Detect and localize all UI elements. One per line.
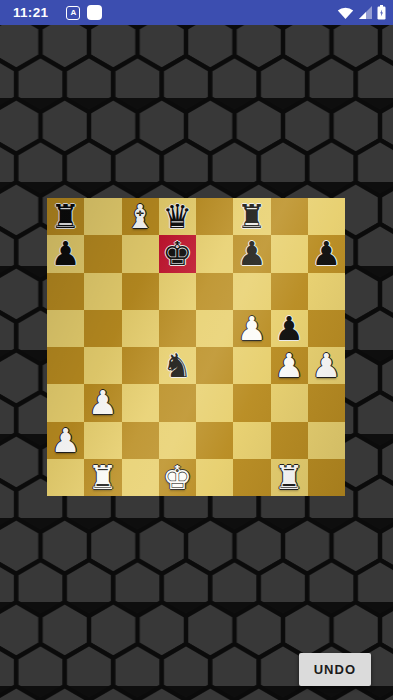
square-d7[interactable]: ♚	[159, 235, 196, 272]
square-f5[interactable]: ♟	[233, 310, 270, 347]
undo-button[interactable]: UNDO	[299, 653, 371, 686]
square-b2[interactable]	[84, 422, 121, 459]
square-g8[interactable]	[271, 198, 308, 235]
square-b6[interactable]	[84, 273, 121, 310]
square-b7[interactable]	[84, 235, 121, 272]
piece-black-rook: ♜	[51, 198, 81, 235]
piece-white-bishop: ♝	[125, 198, 155, 235]
status-bar: 11:21 A	[0, 0, 393, 25]
square-e8[interactable]	[196, 198, 233, 235]
square-c4[interactable]	[122, 347, 159, 384]
square-f1[interactable]	[233, 459, 270, 496]
piece-white-rook: ♜	[88, 459, 118, 496]
square-h8[interactable]	[308, 198, 345, 235]
square-e3[interactable]	[196, 384, 233, 421]
square-g5[interactable]: ♟	[271, 310, 308, 347]
square-c6[interactable]	[122, 273, 159, 310]
piece-white-pawn: ♟	[237, 310, 267, 347]
square-b8[interactable]	[84, 198, 121, 235]
square-c1[interactable]	[122, 459, 159, 496]
square-f4[interactable]	[233, 347, 270, 384]
square-e1[interactable]	[196, 459, 233, 496]
square-f3[interactable]	[233, 384, 270, 421]
piece-black-pawn: ♟	[51, 235, 81, 272]
square-c8[interactable]: ♝	[122, 198, 159, 235]
square-a3[interactable]	[47, 384, 84, 421]
piece-black-king: ♚	[163, 235, 193, 272]
square-a5[interactable]	[47, 310, 84, 347]
piece-white-pawn: ♟	[88, 384, 118, 421]
notification-icons: A	[66, 5, 102, 20]
square-b4[interactable]	[84, 347, 121, 384]
square-d3[interactable]	[159, 384, 196, 421]
piece-white-pawn: ♟	[312, 347, 342, 384]
square-d1[interactable]: ♚	[159, 459, 196, 496]
square-h5[interactable]	[308, 310, 345, 347]
square-b3[interactable]: ♟	[84, 384, 121, 421]
square-g6[interactable]	[271, 273, 308, 310]
square-f2[interactable]	[233, 422, 270, 459]
square-a2[interactable]: ♟	[47, 422, 84, 459]
square-h7[interactable]: ♟	[308, 235, 345, 272]
square-f8[interactable]: ♜	[233, 198, 270, 235]
square-e5[interactable]	[196, 310, 233, 347]
square-c5[interactable]	[122, 310, 159, 347]
piece-white-rook: ♜	[274, 459, 304, 496]
square-e6[interactable]	[196, 273, 233, 310]
screenshot-notification-icon	[87, 5, 102, 20]
square-a8[interactable]: ♜	[47, 198, 84, 235]
piece-black-rook: ♜	[237, 198, 267, 235]
square-g1[interactable]: ♜	[271, 459, 308, 496]
square-h3[interactable]	[308, 384, 345, 421]
piece-white-king: ♚	[163, 459, 193, 496]
square-f7[interactable]: ♟	[233, 235, 270, 272]
app-screen: 11:21 A ♜♝♛♜♟♚♟♟♟♟♞♟♟♟♟♜♚♜ UNDO	[0, 0, 393, 700]
piece-black-pawn: ♟	[237, 235, 267, 272]
system-status-icons	[337, 5, 386, 20]
wifi-icon	[337, 6, 354, 20]
chess-board: ♜♝♛♜♟♚♟♟♟♟♞♟♟♟♟♜♚♜	[47, 198, 345, 496]
piece-black-knight: ♞	[163, 347, 193, 384]
square-d5[interactable]	[159, 310, 196, 347]
battery-icon	[377, 5, 386, 20]
clock-time: 11:21	[13, 5, 48, 20]
square-c7[interactable]	[122, 235, 159, 272]
piece-black-pawn: ♟	[274, 310, 304, 347]
square-a4[interactable]	[47, 347, 84, 384]
square-e2[interactable]	[196, 422, 233, 459]
square-h6[interactable]	[308, 273, 345, 310]
square-d6[interactable]	[159, 273, 196, 310]
square-e4[interactable]	[196, 347, 233, 384]
square-h4[interactable]: ♟	[308, 347, 345, 384]
square-b1[interactable]: ♜	[84, 459, 121, 496]
square-c2[interactable]	[122, 422, 159, 459]
piece-black-queen: ♛	[163, 198, 193, 235]
square-f6[interactable]	[233, 273, 270, 310]
square-d2[interactable]	[159, 422, 196, 459]
square-a7[interactable]: ♟	[47, 235, 84, 272]
piece-black-pawn: ♟	[312, 235, 342, 272]
square-h2[interactable]	[308, 422, 345, 459]
square-b5[interactable]	[84, 310, 121, 347]
piece-white-pawn: ♟	[51, 422, 81, 459]
square-g4[interactable]: ♟	[271, 347, 308, 384]
square-g7[interactable]	[271, 235, 308, 272]
square-c3[interactable]	[122, 384, 159, 421]
app-a-badge-icon: A	[66, 6, 80, 20]
square-d4[interactable]: ♞	[159, 347, 196, 384]
square-a6[interactable]	[47, 273, 84, 310]
square-g3[interactable]	[271, 384, 308, 421]
square-h1[interactable]	[308, 459, 345, 496]
square-a1[interactable]	[47, 459, 84, 496]
square-d8[interactable]: ♛	[159, 198, 196, 235]
square-e7[interactable]	[196, 235, 233, 272]
cell-signal-icon	[358, 6, 373, 20]
piece-white-pawn: ♟	[274, 347, 304, 384]
square-g2[interactable]	[271, 422, 308, 459]
